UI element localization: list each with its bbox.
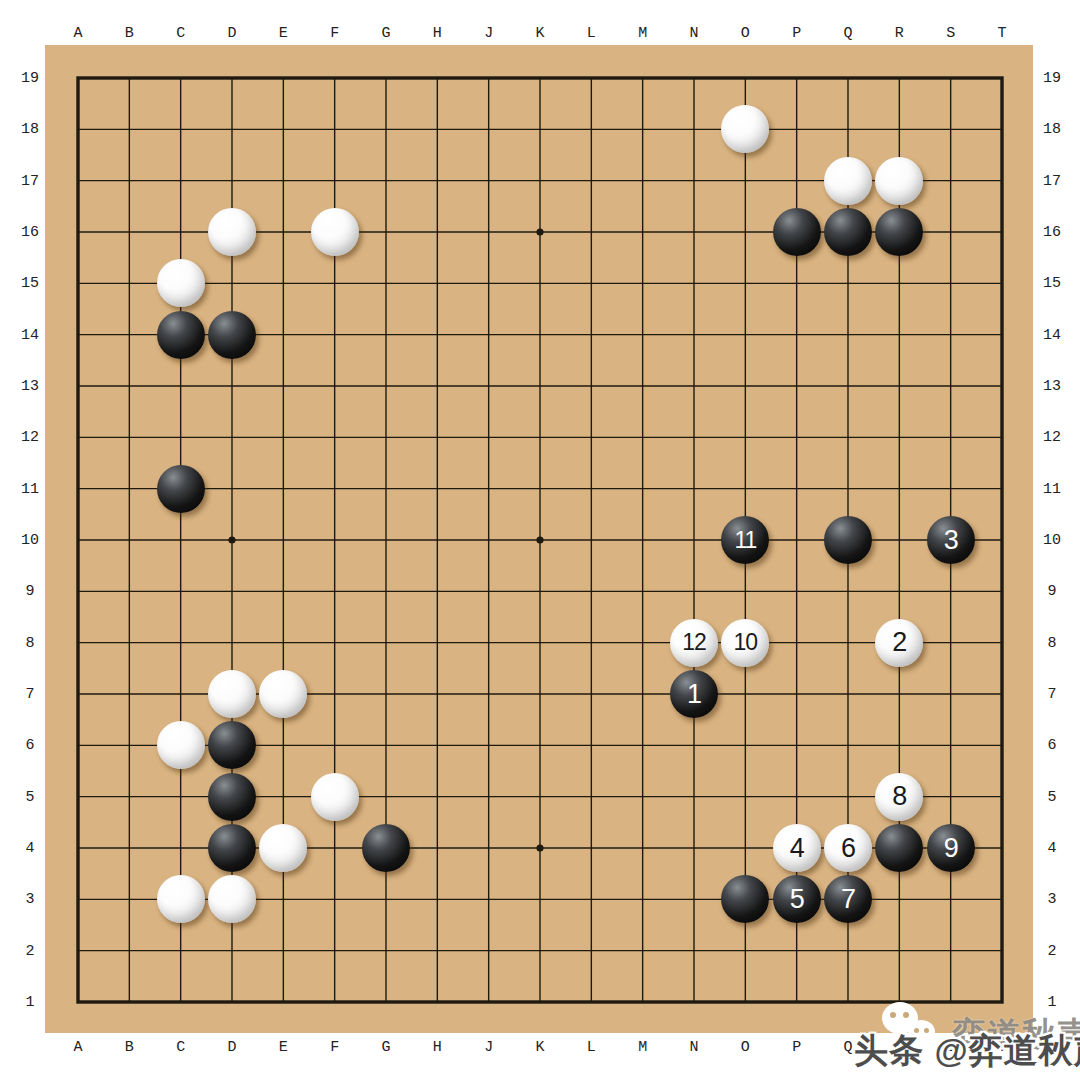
stone-P16[interactable] — [773, 208, 821, 256]
stone-O18[interactable] — [721, 105, 769, 153]
stone-D5[interactable] — [208, 773, 256, 821]
stone-C14[interactable] — [157, 311, 205, 359]
stone-D4[interactable] — [208, 824, 256, 872]
go-diagram-page: AABBCCDDEEFFGGHHJJKKLLMMNNOOPPQQRRSSTT19… — [0, 0, 1080, 1080]
stone-O3[interactable] — [721, 875, 769, 923]
stone-F16[interactable] — [311, 208, 359, 256]
stone-Q4[interactable]: 6 — [824, 824, 872, 872]
stone-O8[interactable]: 10 — [721, 619, 769, 667]
stone-C15[interactable] — [157, 259, 205, 307]
stone-Q3[interactable]: 7 — [824, 875, 872, 923]
move-number: 6 — [841, 835, 855, 862]
stone-N7[interactable]: 1 — [670, 670, 718, 718]
stone-R16[interactable] — [875, 208, 923, 256]
go-board[interactable]: 113121021846957 — [0, 0, 1080, 1080]
stone-S4[interactable]: 9 — [927, 824, 975, 872]
stone-D14[interactable] — [208, 311, 256, 359]
stone-C11[interactable] — [157, 465, 205, 513]
move-number: 12 — [682, 631, 706, 654]
stone-Q10[interactable] — [824, 516, 872, 564]
move-number: 10 — [734, 631, 758, 654]
stone-G4[interactable] — [362, 824, 410, 872]
stone-R5[interactable]: 8 — [875, 773, 923, 821]
move-number: 7 — [841, 886, 855, 913]
stone-Q17[interactable] — [824, 157, 872, 205]
stone-S10[interactable]: 3 — [927, 516, 975, 564]
stone-O10[interactable]: 11 — [721, 516, 769, 564]
stone-C3[interactable] — [157, 875, 205, 923]
stone-D7[interactable] — [208, 670, 256, 718]
stone-E4[interactable] — [259, 824, 307, 872]
move-number: 4 — [790, 835, 804, 862]
stone-E7[interactable] — [259, 670, 307, 718]
stone-N8[interactable]: 12 — [670, 619, 718, 667]
stone-D3[interactable] — [208, 875, 256, 923]
stone-P4[interactable]: 4 — [773, 824, 821, 872]
stone-R17[interactable] — [875, 157, 923, 205]
stone-P3[interactable]: 5 — [773, 875, 821, 923]
move-number: 9 — [944, 835, 958, 862]
stone-R8[interactable]: 2 — [875, 619, 923, 667]
stone-C6[interactable] — [157, 721, 205, 769]
move-number: 3 — [944, 527, 958, 554]
move-number: 5 — [790, 886, 804, 913]
move-number: 1 — [687, 681, 701, 708]
stone-F5[interactable] — [311, 773, 359, 821]
stone-Q16[interactable] — [824, 208, 872, 256]
stone-R4[interactable] — [875, 824, 923, 872]
stone-D6[interactable] — [208, 721, 256, 769]
move-number: 8 — [892, 783, 906, 810]
move-number: 2 — [892, 629, 906, 656]
move-number: 11 — [734, 529, 756, 552]
stone-D16[interactable] — [208, 208, 256, 256]
